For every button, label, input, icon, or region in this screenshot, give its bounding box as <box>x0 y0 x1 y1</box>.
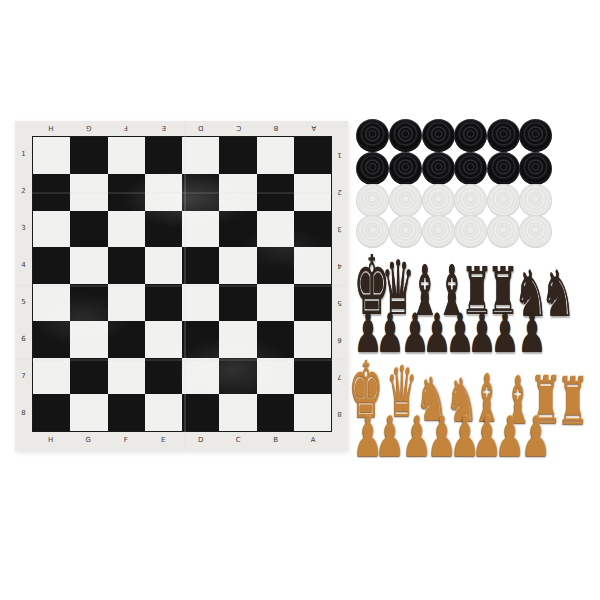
square-e8 <box>145 394 182 431</box>
square-e1 <box>145 137 182 174</box>
checker-white <box>356 184 389 217</box>
rank-label: 4 <box>333 247 346 284</box>
square-b3 <box>257 211 294 248</box>
square-c1 <box>219 137 256 174</box>
checker-black <box>487 152 520 185</box>
file-label: A <box>295 122 333 134</box>
checker-white <box>389 184 422 217</box>
file-label: H <box>32 434 70 446</box>
checker-white <box>422 184 455 217</box>
file-label: B <box>257 122 295 134</box>
piece-light-pawn: ♟ <box>521 409 551 465</box>
rank-label: 1 <box>17 136 30 173</box>
square-f5 <box>108 284 145 321</box>
rank-label: 4 <box>17 247 30 284</box>
square-a1 <box>294 137 331 174</box>
file-label: E <box>145 122 183 134</box>
rank-label: 3 <box>17 210 30 247</box>
square-b7 <box>257 358 294 395</box>
file-label: D <box>182 434 220 446</box>
square-f7 <box>108 358 145 395</box>
file-label: C <box>220 122 258 134</box>
product-photo: HH11GG22FF33EE44DD55CC66BB77AA88 ♚♛♝♝♜♜♞… <box>0 0 600 600</box>
square-e7 <box>145 358 182 395</box>
square-a7 <box>294 358 331 395</box>
square-g2 <box>70 174 107 211</box>
checker-black <box>487 119 520 152</box>
file-label: D <box>182 122 220 134</box>
square-e6 <box>145 321 182 358</box>
square-h2 <box>33 174 70 211</box>
square-b5 <box>257 284 294 321</box>
square-c8 <box>219 394 256 431</box>
file-label: G <box>70 122 108 134</box>
checker-black <box>389 119 422 152</box>
square-b2 <box>257 174 294 211</box>
board-grid <box>32 136 332 432</box>
square-c3 <box>219 211 256 248</box>
square-e3 <box>145 211 182 248</box>
square-h6 <box>33 321 70 358</box>
checker-white <box>454 184 487 217</box>
file-label: G <box>70 434 108 446</box>
square-h5 <box>33 284 70 321</box>
square-d1 <box>182 137 219 174</box>
square-e2 <box>145 174 182 211</box>
file-label: C <box>220 434 258 446</box>
checker-black <box>519 152 552 185</box>
rank-label: 2 <box>333 173 346 210</box>
square-b6 <box>257 321 294 358</box>
piece-light-pawn: ♟ <box>375 409 405 465</box>
rank-label: 5 <box>333 284 346 321</box>
square-g7 <box>70 358 107 395</box>
square-g5 <box>70 284 107 321</box>
checker-black <box>422 152 455 185</box>
rank-label: 5 <box>17 284 30 321</box>
square-g3 <box>70 211 107 248</box>
square-a3 <box>294 211 331 248</box>
square-h3 <box>33 211 70 248</box>
square-c2 <box>219 174 256 211</box>
square-g1 <box>70 137 107 174</box>
checker-black <box>422 119 455 152</box>
piece-dark-pawn: ♟ <box>517 307 546 361</box>
square-c4 <box>219 247 256 284</box>
square-c7 <box>219 358 256 395</box>
square-c6 <box>219 321 256 358</box>
checker-white <box>389 215 422 248</box>
square-f1 <box>108 137 145 174</box>
file-label: E <box>145 434 183 446</box>
checker-black <box>356 119 389 152</box>
file-label: F <box>107 122 145 134</box>
square-e5 <box>145 284 182 321</box>
checker-white <box>422 215 455 248</box>
file-label: B <box>257 434 295 446</box>
checker-white <box>454 215 487 248</box>
square-f2 <box>108 174 145 211</box>
square-d4 <box>182 247 219 284</box>
checker-black <box>454 119 487 152</box>
chessboard-sheet: HH11GG22FF33EE44DD55CC66BB77AA88 <box>15 121 348 451</box>
file-label: A <box>295 434 333 446</box>
rank-label: 6 <box>17 321 30 358</box>
piece-dark-pawn: ♟ <box>490 307 519 361</box>
square-b1 <box>257 137 294 174</box>
square-f6 <box>108 321 145 358</box>
file-label: H <box>32 122 70 134</box>
square-d6 <box>182 321 219 358</box>
checker-white <box>519 184 552 217</box>
square-h7 <box>33 358 70 395</box>
square-g8 <box>70 394 107 431</box>
rank-label: 3 <box>333 210 346 247</box>
square-a6 <box>294 321 331 358</box>
square-d7 <box>182 358 219 395</box>
square-g6 <box>70 321 107 358</box>
square-h8 <box>33 394 70 431</box>
square-f8 <box>108 394 145 431</box>
checker-black <box>356 152 389 185</box>
rank-label: 7 <box>17 358 30 395</box>
square-a2 <box>294 174 331 211</box>
square-f3 <box>108 211 145 248</box>
square-d2 <box>182 174 219 211</box>
checker-black <box>454 152 487 185</box>
square-h4 <box>33 247 70 284</box>
square-h1 <box>33 137 70 174</box>
piece-light-rook: ♜ <box>557 369 590 435</box>
square-f4 <box>108 247 145 284</box>
square-g4 <box>70 247 107 284</box>
square-d5 <box>182 284 219 321</box>
square-d3 <box>182 211 219 248</box>
checker-white <box>487 184 520 217</box>
rank-label: 8 <box>333 395 346 432</box>
rank-label: 7 <box>333 358 346 395</box>
checker-black <box>389 152 422 185</box>
checker-white <box>487 215 520 248</box>
square-b4 <box>257 247 294 284</box>
square-e4 <box>145 247 182 284</box>
square-a8 <box>294 394 331 431</box>
rank-label: 8 <box>17 395 30 432</box>
checker-white <box>519 215 552 248</box>
square-d8 <box>182 394 219 431</box>
file-label: F <box>107 434 145 446</box>
square-a4 <box>294 247 331 284</box>
square-c5 <box>219 284 256 321</box>
rank-label: 6 <box>333 321 346 358</box>
checker-black <box>519 119 552 152</box>
square-a5 <box>294 284 331 321</box>
rank-label: 1 <box>333 136 346 173</box>
rank-label: 2 <box>17 173 30 210</box>
square-b8 <box>257 394 294 431</box>
